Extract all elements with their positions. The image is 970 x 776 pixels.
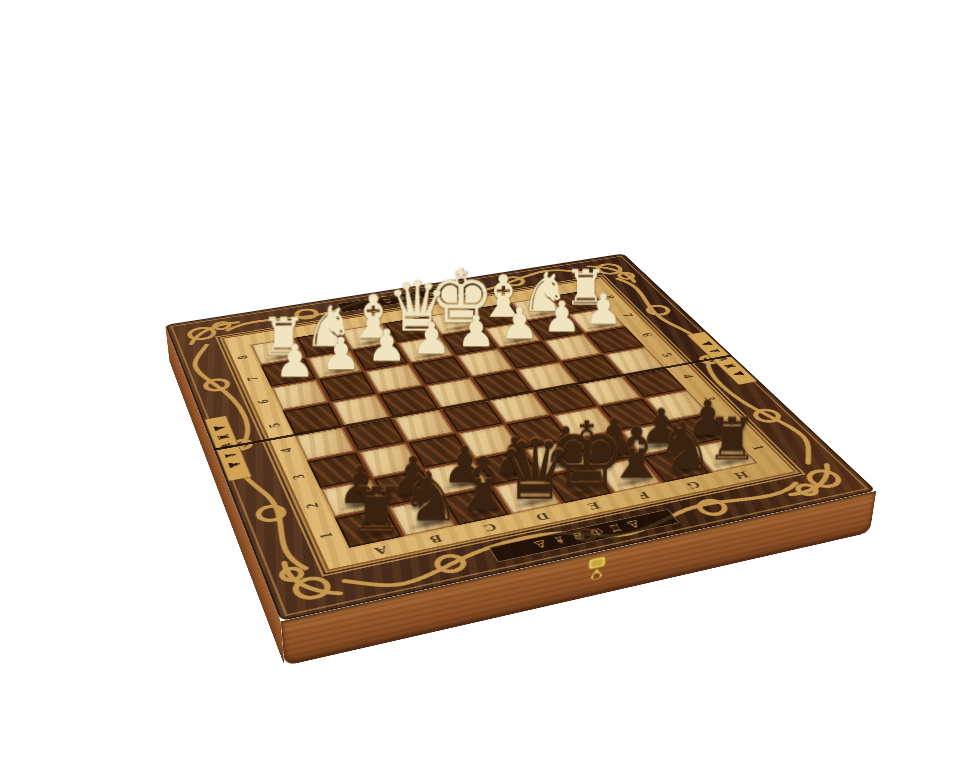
black-rook: ♜ (707, 413, 759, 466)
brass-latch (582, 553, 611, 593)
black-knight: ♞ (399, 466, 461, 529)
product-photo-stage: ♙♖♔♕♗♙ ♙♖♔♕♗♙ ♟♜♛♝♟ ♟♜♛♝♟ 87654321 87654… (0, 0, 970, 776)
chess-box: ♙♖♔♕♗♙ ♙♖♔♕♗♙ ♟♜♛♝♟ ♟♜♛♝♟ 87654321 87654… (165, 254, 876, 622)
black-rook: ♜ (348, 482, 404, 540)
